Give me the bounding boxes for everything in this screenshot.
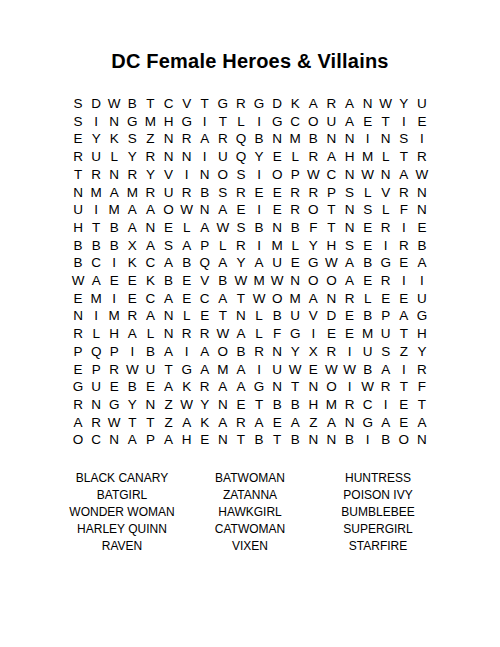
grid-cell[interactable]: T bbox=[395, 148, 413, 166]
grid-cell[interactable]: S bbox=[232, 166, 250, 184]
grid-cell[interactable]: U bbox=[359, 343, 377, 361]
grid-cell[interactable]: U bbox=[413, 290, 431, 308]
grid-cell[interactable]: A bbox=[341, 113, 359, 131]
grid-cell[interactable]: R bbox=[413, 361, 431, 379]
grid-cell[interactable]: X bbox=[304, 343, 322, 361]
grid-cell[interactable]: N bbox=[377, 130, 395, 148]
grid-cell[interactable]: R bbox=[87, 166, 105, 184]
grid-cell[interactable]: Y bbox=[232, 254, 250, 272]
grid-cell[interactable]: A bbox=[286, 414, 304, 432]
grid-cell[interactable]: T bbox=[141, 414, 159, 432]
grid-cell[interactable]: P bbox=[105, 343, 123, 361]
grid-cell[interactable]: B bbox=[250, 219, 268, 237]
grid-cell[interactable]: C bbox=[322, 166, 340, 184]
grid-cell[interactable]: G bbox=[105, 396, 123, 414]
grid-cell[interactable]: B bbox=[268, 307, 286, 325]
grid-cell[interactable]: O bbox=[214, 343, 232, 361]
grid-cell[interactable]: R bbox=[395, 184, 413, 202]
grid-cell[interactable]: E bbox=[250, 184, 268, 202]
grid-cell[interactable]: N bbox=[105, 113, 123, 131]
grid-cell[interactable]: Q bbox=[87, 343, 105, 361]
grid-cell[interactable]: R bbox=[413, 148, 431, 166]
grid-cell[interactable]: A bbox=[196, 343, 214, 361]
grid-cell[interactable]: A bbox=[87, 272, 105, 290]
grid-cell[interactable]: N bbox=[160, 325, 178, 343]
grid-cell[interactable]: E bbox=[178, 272, 196, 290]
grid-cell[interactable]: T bbox=[141, 95, 159, 113]
grid-cell[interactable]: E bbox=[105, 378, 123, 396]
grid-cell[interactable]: S bbox=[359, 201, 377, 219]
grid-cell[interactable]: N bbox=[268, 130, 286, 148]
grid-cell[interactable]: N bbox=[377, 166, 395, 184]
grid-cell[interactable]: P bbox=[322, 184, 340, 202]
grid-cell[interactable]: A bbox=[395, 166, 413, 184]
grid-cell[interactable]: R bbox=[250, 343, 268, 361]
grid-cell[interactable]: E bbox=[232, 201, 250, 219]
grid-cell[interactable]: K bbox=[141, 272, 159, 290]
grid-cell[interactable]: R bbox=[214, 130, 232, 148]
grid-cell[interactable]: Y bbox=[304, 237, 322, 255]
grid-cell[interactable]: Z bbox=[160, 396, 178, 414]
grid-cell[interactable]: O bbox=[268, 290, 286, 308]
grid-cell[interactable]: T bbox=[395, 378, 413, 396]
grid-cell[interactable]: R bbox=[286, 201, 304, 219]
grid-cell[interactable]: A bbox=[413, 414, 431, 432]
grid-cell[interactable]: A bbox=[196, 361, 214, 379]
grid-cell[interactable]: A bbox=[232, 378, 250, 396]
grid-cell[interactable]: M bbox=[359, 148, 377, 166]
grid-cell[interactable]: W bbox=[105, 95, 123, 113]
grid-cell[interactable]: M bbox=[322, 396, 340, 414]
grid-cell[interactable]: R bbox=[69, 325, 87, 343]
grid-cell[interactable]: O bbox=[214, 166, 232, 184]
grid-cell[interactable]: C bbox=[141, 254, 159, 272]
grid-cell[interactable]: A bbox=[377, 361, 395, 379]
grid-cell[interactable]: B bbox=[250, 130, 268, 148]
grid-cell[interactable]: C bbox=[141, 290, 159, 308]
grid-cell[interactable]: E bbox=[141, 378, 159, 396]
grid-cell[interactable]: U bbox=[377, 325, 395, 343]
grid-cell[interactable]: I bbox=[105, 290, 123, 308]
grid-cell[interactable]: L bbox=[250, 325, 268, 343]
grid-cell[interactable]: U bbox=[268, 254, 286, 272]
grid-cell[interactable]: N bbox=[359, 95, 377, 113]
grid-cell[interactable]: B bbox=[123, 378, 141, 396]
grid-cell[interactable]: U bbox=[69, 201, 87, 219]
grid-cell[interactable]: G bbox=[250, 378, 268, 396]
grid-cell[interactable]: N bbox=[196, 201, 214, 219]
grid-cell[interactable]: A bbox=[178, 237, 196, 255]
grid-cell[interactable]: C bbox=[87, 254, 105, 272]
grid-cell[interactable]: N bbox=[105, 166, 123, 184]
grid-cell[interactable]: Z bbox=[141, 130, 159, 148]
grid-cell[interactable]: N bbox=[232, 307, 250, 325]
grid-cell[interactable]: A bbox=[214, 378, 232, 396]
grid-cell[interactable]: I bbox=[359, 431, 377, 449]
grid-cell[interactable]: I bbox=[395, 113, 413, 131]
grid-cell[interactable]: M bbox=[359, 325, 377, 343]
grid-cell[interactable]: C bbox=[359, 396, 377, 414]
grid-cell[interactable]: N bbox=[341, 130, 359, 148]
grid-cell[interactable]: A bbox=[395, 307, 413, 325]
grid-cell[interactable]: I bbox=[413, 272, 431, 290]
grid-cell[interactable]: W bbox=[250, 290, 268, 308]
grid-cell[interactable]: A bbox=[250, 254, 268, 272]
grid-cell[interactable]: H bbox=[160, 113, 178, 131]
grid-cell[interactable]: L bbox=[377, 201, 395, 219]
grid-cell[interactable]: W bbox=[214, 219, 232, 237]
grid-cell[interactable]: A bbox=[232, 325, 250, 343]
grid-cell[interactable]: T bbox=[286, 378, 304, 396]
grid-cell[interactable]: B bbox=[87, 237, 105, 255]
grid-cell[interactable]: E bbox=[123, 290, 141, 308]
grid-cell[interactable]: E bbox=[69, 361, 87, 379]
grid-cell[interactable]: P bbox=[196, 237, 214, 255]
grid-cell[interactable]: I bbox=[250, 361, 268, 379]
grid-cell[interactable]: T bbox=[160, 361, 178, 379]
grid-cell[interactable]: H bbox=[413, 325, 431, 343]
grid-cell[interactable]: H bbox=[304, 396, 322, 414]
grid-cell[interactable]: P bbox=[377, 307, 395, 325]
grid-cell[interactable]: Q bbox=[232, 148, 250, 166]
grid-cell[interactable]: U bbox=[160, 184, 178, 202]
grid-cell[interactable]: R bbox=[304, 184, 322, 202]
grid-cell[interactable]: O bbox=[304, 113, 322, 131]
grid-cell[interactable]: O bbox=[304, 272, 322, 290]
grid-cell[interactable]: R bbox=[196, 325, 214, 343]
grid-cell[interactable]: A bbox=[214, 201, 232, 219]
grid-cell[interactable]: F bbox=[268, 325, 286, 343]
grid-cell[interactable]: I bbox=[196, 148, 214, 166]
grid-cell[interactable]: E bbox=[359, 237, 377, 255]
grid-cell[interactable]: A bbox=[178, 414, 196, 432]
grid-cell[interactable]: B bbox=[359, 254, 377, 272]
grid-cell[interactable]: G bbox=[377, 254, 395, 272]
grid-cell[interactable]: F bbox=[304, 219, 322, 237]
grid-cell[interactable]: C bbox=[196, 290, 214, 308]
grid-cell[interactable]: A bbox=[105, 184, 123, 202]
grid-cell[interactable]: K bbox=[196, 414, 214, 432]
grid-cell[interactable]: L bbox=[286, 148, 304, 166]
grid-cell[interactable]: N bbox=[341, 166, 359, 184]
grid-cell[interactable]: R bbox=[286, 184, 304, 202]
grid-cell[interactable]: E bbox=[359, 113, 377, 131]
grid-cell[interactable]: I bbox=[395, 361, 413, 379]
grid-cell[interactable]: I bbox=[87, 201, 105, 219]
grid-cell[interactable]: A bbox=[214, 290, 232, 308]
grid-cell[interactable]: N bbox=[268, 378, 286, 396]
grid-cell[interactable]: N bbox=[341, 414, 359, 432]
grid-cell[interactable]: E bbox=[322, 325, 340, 343]
grid-cell[interactable]: M bbox=[87, 290, 105, 308]
grid-cell[interactable]: L bbox=[214, 237, 232, 255]
grid-cell[interactable]: I bbox=[377, 237, 395, 255]
grid-cell[interactable]: B bbox=[178, 254, 196, 272]
grid-cell[interactable]: B bbox=[268, 396, 286, 414]
grid-cell[interactable]: W bbox=[341, 361, 359, 379]
grid-cell[interactable]: N bbox=[160, 148, 178, 166]
grid-cell[interactable]: T bbox=[377, 113, 395, 131]
grid-cell[interactable]: I bbox=[341, 378, 359, 396]
grid-cell[interactable]: D bbox=[87, 95, 105, 113]
grid-cell[interactable]: T bbox=[395, 325, 413, 343]
grid-cell[interactable]: R bbox=[341, 396, 359, 414]
grid-cell[interactable]: Y bbox=[196, 396, 214, 414]
grid-cell[interactable]: B bbox=[250, 431, 268, 449]
grid-cell[interactable]: I bbox=[413, 130, 431, 148]
grid-cell[interactable]: A bbox=[196, 130, 214, 148]
grid-cell[interactable]: F bbox=[395, 201, 413, 219]
grid-cell[interactable]: K bbox=[123, 254, 141, 272]
grid-cell[interactable]: K bbox=[105, 130, 123, 148]
grid-cell[interactable]: R bbox=[178, 325, 196, 343]
grid-cell[interactable]: N bbox=[69, 184, 87, 202]
grid-cell[interactable]: T bbox=[123, 414, 141, 432]
grid-cell[interactable]: R bbox=[341, 290, 359, 308]
grid-cell[interactable]: E bbox=[395, 254, 413, 272]
grid-cell[interactable]: E bbox=[395, 396, 413, 414]
grid-cell[interactable]: G bbox=[286, 325, 304, 343]
grid-cell[interactable]: E bbox=[178, 290, 196, 308]
grid-cell[interactable]: W bbox=[322, 361, 340, 379]
grid-cell[interactable]: S bbox=[160, 237, 178, 255]
grid-cell[interactable]: W bbox=[304, 166, 322, 184]
grid-cell[interactable]: M bbox=[87, 184, 105, 202]
grid-cell[interactable]: A bbox=[304, 290, 322, 308]
grid-cell[interactable]: A bbox=[322, 148, 340, 166]
grid-cell[interactable]: I bbox=[395, 219, 413, 237]
grid-cell[interactable]: W bbox=[322, 254, 340, 272]
grid-cell[interactable]: R bbox=[69, 148, 87, 166]
grid-cell[interactable]: L bbox=[250, 307, 268, 325]
grid-cell[interactable]: B bbox=[286, 431, 304, 449]
grid-cell[interactable]: B bbox=[69, 237, 87, 255]
grid-cell[interactable]: K bbox=[178, 378, 196, 396]
grid-cell[interactable]: W bbox=[178, 396, 196, 414]
grid-cell[interactable]: N bbox=[413, 201, 431, 219]
grid-cell[interactable]: E bbox=[341, 307, 359, 325]
grid-cell[interactable]: A bbox=[304, 95, 322, 113]
grid-cell[interactable]: S bbox=[341, 184, 359, 202]
grid-cell[interactable]: E bbox=[413, 219, 431, 237]
grid-cell[interactable]: W bbox=[413, 166, 431, 184]
grid-cell[interactable]: E bbox=[304, 361, 322, 379]
grid-cell[interactable]: S bbox=[377, 343, 395, 361]
grid-cell[interactable]: M bbox=[105, 201, 123, 219]
grid-cell[interactable]: A bbox=[232, 361, 250, 379]
grid-cell[interactable]: H bbox=[105, 325, 123, 343]
grid-cell[interactable]: L bbox=[286, 237, 304, 255]
grid-cell[interactable]: H bbox=[69, 219, 87, 237]
grid-cell[interactable]: N bbox=[286, 272, 304, 290]
grid-cell[interactable]: N bbox=[268, 219, 286, 237]
grid-cell[interactable]: O bbox=[160, 201, 178, 219]
grid-cell[interactable]: Z bbox=[160, 414, 178, 432]
grid-cell[interactable]: L bbox=[141, 325, 159, 343]
grid-cell[interactable]: U bbox=[322, 113, 340, 131]
grid-cell[interactable]: R bbox=[232, 237, 250, 255]
grid-cell[interactable]: I bbox=[105, 254, 123, 272]
grid-cell[interactable]: M bbox=[286, 130, 304, 148]
grid-cell[interactable]: T bbox=[322, 219, 340, 237]
grid-cell[interactable]: S bbox=[395, 130, 413, 148]
grid-cell[interactable]: N bbox=[413, 184, 431, 202]
grid-cell[interactable]: P bbox=[286, 166, 304, 184]
grid-cell[interactable]: I bbox=[178, 166, 196, 184]
grid-cell[interactable]: N bbox=[214, 396, 232, 414]
grid-cell[interactable]: R bbox=[304, 148, 322, 166]
grid-cell[interactable]: A bbox=[250, 414, 268, 432]
grid-cell[interactable]: L bbox=[359, 290, 377, 308]
grid-cell[interactable]: I bbox=[178, 343, 196, 361]
grid-cell[interactable]: E bbox=[123, 272, 141, 290]
grid-cell[interactable]: V bbox=[304, 307, 322, 325]
grid-cell[interactable]: O bbox=[304, 201, 322, 219]
grid-cell[interactable]: B bbox=[304, 130, 322, 148]
grid-cell[interactable]: B bbox=[377, 431, 395, 449]
grid-cell[interactable]: F bbox=[413, 378, 431, 396]
grid-cell[interactable]: G bbox=[250, 95, 268, 113]
grid-cell[interactable]: W bbox=[359, 378, 377, 396]
grid-cell[interactable]: T bbox=[268, 431, 286, 449]
grid-cell[interactable]: E bbox=[359, 219, 377, 237]
grid-cell[interactable]: W bbox=[268, 272, 286, 290]
grid-cell[interactable]: I bbox=[123, 343, 141, 361]
grid-cell[interactable]: R bbox=[232, 184, 250, 202]
grid-cell[interactable]: E bbox=[69, 130, 87, 148]
grid-cell[interactable]: N bbox=[214, 431, 232, 449]
grid-cell[interactable]: M bbox=[141, 113, 159, 131]
grid-cell[interactable]: G bbox=[178, 113, 196, 131]
grid-cell[interactable]: B bbox=[359, 307, 377, 325]
grid-cell[interactable]: A bbox=[141, 237, 159, 255]
grid-cell[interactable]: L bbox=[232, 113, 250, 131]
grid-cell[interactable]: R bbox=[377, 219, 395, 237]
grid-cell[interactable]: S bbox=[69, 95, 87, 113]
grid-cell[interactable]: I bbox=[87, 307, 105, 325]
grid-cell[interactable]: E bbox=[196, 307, 214, 325]
grid-cell[interactable]: T bbox=[413, 396, 431, 414]
grid-cell[interactable]: B bbox=[160, 272, 178, 290]
grid-cell[interactable]: I bbox=[377, 396, 395, 414]
grid-cell[interactable]: Y bbox=[286, 343, 304, 361]
grid-cell[interactable]: A bbox=[141, 307, 159, 325]
grid-cell[interactable]: W bbox=[286, 361, 304, 379]
grid-cell[interactable]: T bbox=[250, 396, 268, 414]
grid-cell[interactable]: T bbox=[232, 290, 250, 308]
grid-cell[interactable]: Y bbox=[87, 130, 105, 148]
grid-cell[interactable]: W bbox=[359, 166, 377, 184]
grid-cell[interactable]: M bbox=[286, 290, 304, 308]
grid-cell[interactable]: A bbox=[377, 414, 395, 432]
grid-cell[interactable]: R bbox=[232, 414, 250, 432]
grid-cell[interactable]: M bbox=[123, 184, 141, 202]
grid-cell[interactable]: S bbox=[123, 130, 141, 148]
grid-cell[interactable]: E bbox=[105, 272, 123, 290]
grid-cell[interactable]: L bbox=[178, 307, 196, 325]
grid-cell[interactable]: I bbox=[250, 166, 268, 184]
grid-cell[interactable]: A bbox=[196, 219, 214, 237]
grid-cell[interactable]: S bbox=[214, 184, 232, 202]
grid-cell[interactable]: M bbox=[105, 307, 123, 325]
grid-cell[interactable]: D bbox=[322, 307, 340, 325]
grid-cell[interactable]: N bbox=[268, 343, 286, 361]
grid-cell[interactable]: W bbox=[232, 272, 250, 290]
grid-cell[interactable]: B bbox=[359, 361, 377, 379]
grid-cell[interactable]: I bbox=[250, 113, 268, 131]
grid-cell[interactable]: E bbox=[286, 254, 304, 272]
grid-cell[interactable]: N bbox=[87, 396, 105, 414]
grid-cell[interactable]: E bbox=[160, 219, 178, 237]
grid-cell[interactable]: B bbox=[105, 237, 123, 255]
grid-cell[interactable]: L bbox=[87, 325, 105, 343]
grid-cell[interactable]: N bbox=[341, 219, 359, 237]
grid-cell[interactable]: A bbox=[123, 219, 141, 237]
grid-cell[interactable]: M bbox=[268, 237, 286, 255]
grid-cell[interactable]: B bbox=[341, 431, 359, 449]
grid-cell[interactable]: N bbox=[141, 219, 159, 237]
grid-cell[interactable]: O bbox=[395, 431, 413, 449]
grid-cell[interactable]: B bbox=[196, 184, 214, 202]
grid-cell[interactable]: V bbox=[196, 272, 214, 290]
grid-cell[interactable]: A bbox=[69, 414, 87, 432]
grid-cell[interactable]: R bbox=[105, 361, 123, 379]
grid-cell[interactable]: I bbox=[341, 343, 359, 361]
grid-cell[interactable]: N bbox=[178, 148, 196, 166]
grid-cell[interactable]: U bbox=[268, 361, 286, 379]
grid-cell[interactable]: E bbox=[268, 414, 286, 432]
grid-cell[interactable]: N bbox=[304, 378, 322, 396]
grid-cell[interactable]: Y bbox=[141, 166, 159, 184]
grid-cell[interactable]: I bbox=[87, 113, 105, 131]
grid-cell[interactable]: N bbox=[322, 130, 340, 148]
grid-cell[interactable]: A bbox=[341, 254, 359, 272]
grid-cell[interactable]: G bbox=[214, 95, 232, 113]
grid-cell[interactable]: S bbox=[341, 237, 359, 255]
grid-cell[interactable]: P bbox=[141, 431, 159, 449]
grid-cell[interactable]: N bbox=[69, 307, 87, 325]
grid-cell[interactable]: V bbox=[178, 95, 196, 113]
grid-cell[interactable]: A bbox=[123, 431, 141, 449]
grid-cell[interactable]: R bbox=[196, 378, 214, 396]
grid-cell[interactable]: Y bbox=[123, 396, 141, 414]
grid-cell[interactable]: R bbox=[141, 148, 159, 166]
grid-cell[interactable]: W bbox=[123, 361, 141, 379]
grid-cell[interactable]: R bbox=[377, 272, 395, 290]
grid-cell[interactable]: K bbox=[286, 95, 304, 113]
grid-cell[interactable]: B bbox=[141, 343, 159, 361]
grid-cell[interactable]: U bbox=[141, 361, 159, 379]
grid-cell[interactable]: O bbox=[322, 378, 340, 396]
grid-cell[interactable]: A bbox=[214, 414, 232, 432]
grid-cell[interactable]: B bbox=[232, 343, 250, 361]
grid-cell[interactable]: I bbox=[359, 130, 377, 148]
grid-cell[interactable]: N bbox=[322, 431, 340, 449]
grid-cell[interactable]: N bbox=[413, 431, 431, 449]
grid-cell[interactable]: Y bbox=[123, 148, 141, 166]
grid-cell[interactable]: U bbox=[87, 378, 105, 396]
grid-cell[interactable]: G bbox=[359, 414, 377, 432]
grid-cell[interactable]: N bbox=[141, 396, 159, 414]
grid-cell[interactable]: A bbox=[322, 414, 340, 432]
grid-cell[interactable]: R bbox=[322, 343, 340, 361]
grid-cell[interactable]: U bbox=[286, 307, 304, 325]
grid-cell[interactable]: G bbox=[268, 113, 286, 131]
grid-cell[interactable]: L bbox=[178, 219, 196, 237]
grid-cell[interactable]: T bbox=[69, 166, 87, 184]
grid-cell[interactable]: M bbox=[250, 272, 268, 290]
grid-cell[interactable]: E bbox=[69, 290, 87, 308]
